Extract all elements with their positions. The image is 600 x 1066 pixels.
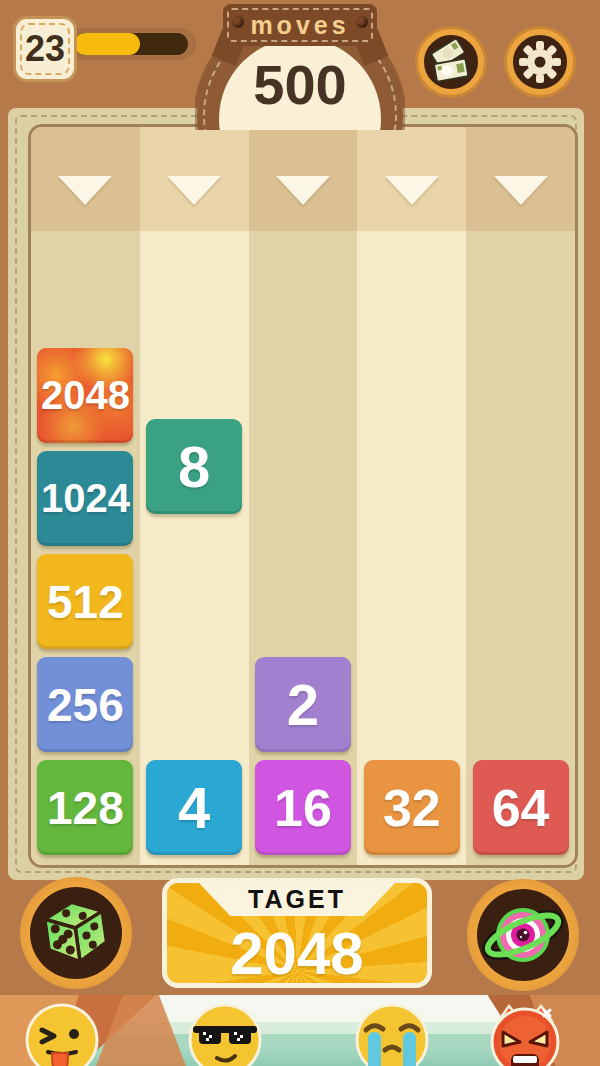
tile-2: 2 (255, 657, 351, 752)
shop-button[interactable] (418, 29, 484, 95)
settings-button[interactable] (507, 29, 573, 95)
moves-value: 500 (195, 52, 405, 117)
dice-icon (39, 896, 113, 970)
tile-256: 256 (37, 657, 133, 752)
board-panel: 20481024512256212841632648 (8, 108, 584, 880)
planet-eye-icon (480, 892, 566, 978)
level-badge: 23 (13, 16, 77, 82)
tile-64: 64 (473, 760, 569, 855)
target-label: TAGET (248, 885, 346, 914)
gear-icon (517, 39, 563, 85)
target-banner: TAGET 2048 (162, 878, 432, 988)
tile-32: 32 (364, 760, 460, 855)
tile-layer: 20481024512256212841632648 (31, 127, 575, 865)
angry-devil-emoji[interactable] (487, 1002, 563, 1066)
tongue-out-wink-emoji[interactable] (24, 1002, 100, 1066)
tile-2048: 2048 (37, 348, 133, 443)
level-number: 23 (25, 28, 65, 70)
sunglasses-emoji[interactable] (187, 1002, 263, 1066)
planet-button[interactable] (467, 879, 579, 991)
tile-16: 16 (255, 760, 351, 855)
emoji-bar (0, 995, 600, 1066)
target-value: 2048 (167, 919, 427, 988)
moves-ribbon: moves (223, 4, 377, 46)
tile-128: 128 (37, 760, 133, 855)
tile-512: 512 (37, 554, 133, 649)
dice-button[interactable] (20, 877, 132, 989)
moves-label: moves (250, 11, 349, 40)
level-progress-bar (66, 28, 196, 60)
game-board: 20481024512256212841632648 (28, 124, 578, 868)
tile-8: 8 (146, 419, 242, 514)
moves-medallion: moves 500 (195, 0, 405, 130)
progress-fill (74, 33, 140, 55)
tile-4: 4 (146, 760, 242, 855)
tile-1024: 1024 (37, 451, 133, 546)
crying-emoji[interactable] (354, 1002, 430, 1066)
money-bills-icon (428, 39, 474, 85)
progress-track (74, 33, 188, 55)
rivet-icon (356, 16, 368, 28)
rivet-icon (232, 16, 244, 28)
